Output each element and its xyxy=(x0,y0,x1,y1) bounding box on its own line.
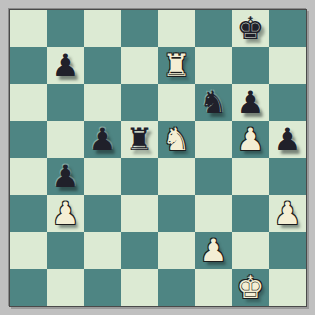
square-g8[interactable]: ♚ xyxy=(232,10,269,47)
square-b1[interactable] xyxy=(47,269,84,306)
square-a5[interactable] xyxy=(10,121,47,158)
square-h2[interactable] xyxy=(269,232,306,269)
white-pawn-g5[interactable]: ♟ xyxy=(232,121,269,158)
square-f3[interactable] xyxy=(195,195,232,232)
square-a1[interactable] xyxy=(10,269,47,306)
square-g7[interactable] xyxy=(232,47,269,84)
square-h3[interactable]: ♟ xyxy=(269,195,306,232)
black-pawn-b4[interactable]: ♟ xyxy=(47,158,84,195)
white-pawn-f2[interactable]: ♟ xyxy=(195,232,232,269)
square-e1[interactable] xyxy=(158,269,195,306)
square-f2[interactable]: ♟ xyxy=(195,232,232,269)
square-d3[interactable] xyxy=(121,195,158,232)
square-a7[interactable] xyxy=(10,47,47,84)
square-f5[interactable] xyxy=(195,121,232,158)
square-b3[interactable]: ♟ xyxy=(47,195,84,232)
square-c2[interactable] xyxy=(84,232,121,269)
square-h5[interactable]: ♟ xyxy=(269,121,306,158)
square-c4[interactable] xyxy=(84,158,121,195)
square-c3[interactable] xyxy=(84,195,121,232)
square-h6[interactable] xyxy=(269,84,306,121)
square-g1[interactable]: ♚ xyxy=(232,269,269,306)
square-a2[interactable] xyxy=(10,232,47,269)
square-f4[interactable] xyxy=(195,158,232,195)
chess-board: ♚♟♜♞♟♟♜♞♟♟♟♟♟♟♚ xyxy=(9,9,307,307)
square-d2[interactable] xyxy=(121,232,158,269)
square-e2[interactable] xyxy=(158,232,195,269)
square-c5[interactable]: ♟ xyxy=(84,121,121,158)
square-c1[interactable] xyxy=(84,269,121,306)
black-pawn-g6[interactable]: ♟ xyxy=(232,84,269,121)
black-pawn-c5[interactable]: ♟ xyxy=(84,121,121,158)
square-d6[interactable] xyxy=(121,84,158,121)
square-e6[interactable] xyxy=(158,84,195,121)
white-knight-e5[interactable]: ♞ xyxy=(158,121,195,158)
square-a6[interactable] xyxy=(10,84,47,121)
square-b6[interactable] xyxy=(47,84,84,121)
square-b5[interactable] xyxy=(47,121,84,158)
square-a3[interactable] xyxy=(10,195,47,232)
square-d8[interactable] xyxy=(121,10,158,47)
square-h1[interactable] xyxy=(269,269,306,306)
square-a8[interactable] xyxy=(10,10,47,47)
square-f7[interactable] xyxy=(195,47,232,84)
square-c7[interactable] xyxy=(84,47,121,84)
white-pawn-h3[interactable]: ♟ xyxy=(269,195,306,232)
white-king-g1[interactable]: ♚ xyxy=(232,269,269,306)
board-frame: ♚♟♜♞♟♟♜♞♟♟♟♟♟♟♚ xyxy=(0,0,315,315)
square-g6[interactable]: ♟ xyxy=(232,84,269,121)
black-king-g8[interactable]: ♚ xyxy=(232,10,269,47)
black-rook-d5[interactable]: ♜ xyxy=(121,121,158,158)
square-g2[interactable] xyxy=(232,232,269,269)
square-f6[interactable]: ♞ xyxy=(195,84,232,121)
square-d7[interactable] xyxy=(121,47,158,84)
square-e3[interactable] xyxy=(158,195,195,232)
square-h4[interactable] xyxy=(269,158,306,195)
square-e4[interactable] xyxy=(158,158,195,195)
white-rook-e7[interactable]: ♜ xyxy=(158,47,195,84)
square-d5[interactable]: ♜ xyxy=(121,121,158,158)
black-pawn-h5[interactable]: ♟ xyxy=(269,121,306,158)
square-b7[interactable]: ♟ xyxy=(47,47,84,84)
square-f1[interactable] xyxy=(195,269,232,306)
square-h8[interactable] xyxy=(269,10,306,47)
square-h7[interactable] xyxy=(269,47,306,84)
square-e8[interactable] xyxy=(158,10,195,47)
square-d1[interactable] xyxy=(121,269,158,306)
black-knight-f6[interactable]: ♞ xyxy=(195,84,232,121)
square-e7[interactable]: ♜ xyxy=(158,47,195,84)
square-b8[interactable] xyxy=(47,10,84,47)
square-c6[interactable] xyxy=(84,84,121,121)
square-g4[interactable] xyxy=(232,158,269,195)
square-g5[interactable]: ♟ xyxy=(232,121,269,158)
square-a4[interactable] xyxy=(10,158,47,195)
square-b2[interactable] xyxy=(47,232,84,269)
square-g3[interactable] xyxy=(232,195,269,232)
square-c8[interactable] xyxy=(84,10,121,47)
square-d4[interactable] xyxy=(121,158,158,195)
square-b4[interactable]: ♟ xyxy=(47,158,84,195)
black-pawn-b7[interactable]: ♟ xyxy=(47,47,84,84)
square-f8[interactable] xyxy=(195,10,232,47)
square-e5[interactable]: ♞ xyxy=(158,121,195,158)
white-pawn-b3[interactable]: ♟ xyxy=(47,195,84,232)
